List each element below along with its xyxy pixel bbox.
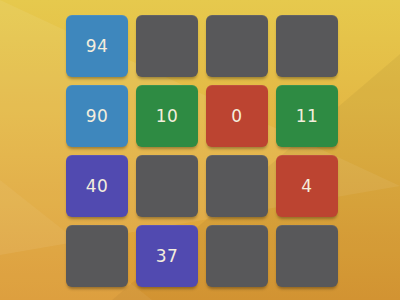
tile-r2c3-revealed[interactable]: 0 bbox=[206, 85, 268, 147]
tile-r4c1-face-down[interactable] bbox=[66, 225, 128, 287]
game-stage: 94901001140437 bbox=[0, 0, 400, 300]
tile-r4c4-face-down[interactable] bbox=[276, 225, 338, 287]
tile-r2c4-revealed[interactable]: 11 bbox=[276, 85, 338, 147]
tile-r3c4-revealed[interactable]: 4 bbox=[276, 155, 338, 217]
tile-r1c1-revealed[interactable]: 94 bbox=[66, 15, 128, 77]
tile-r3c1-revealed[interactable]: 40 bbox=[66, 155, 128, 217]
tile-r2c2-revealed[interactable]: 10 bbox=[136, 85, 198, 147]
tile-r3c2-face-down[interactable] bbox=[136, 155, 198, 217]
tile-r3c3-face-down[interactable] bbox=[206, 155, 268, 217]
tile-r1c2-face-down[interactable] bbox=[136, 15, 198, 77]
tile-r2c1-revealed[interactable]: 90 bbox=[66, 85, 128, 147]
tile-r4c2-revealed[interactable]: 37 bbox=[136, 225, 198, 287]
tile-r4c3-face-down[interactable] bbox=[206, 225, 268, 287]
tile-r1c3-face-down[interactable] bbox=[206, 15, 268, 77]
memory-tile-grid: 94901001140437 bbox=[66, 15, 338, 287]
tile-r1c4-face-down[interactable] bbox=[276, 15, 338, 77]
